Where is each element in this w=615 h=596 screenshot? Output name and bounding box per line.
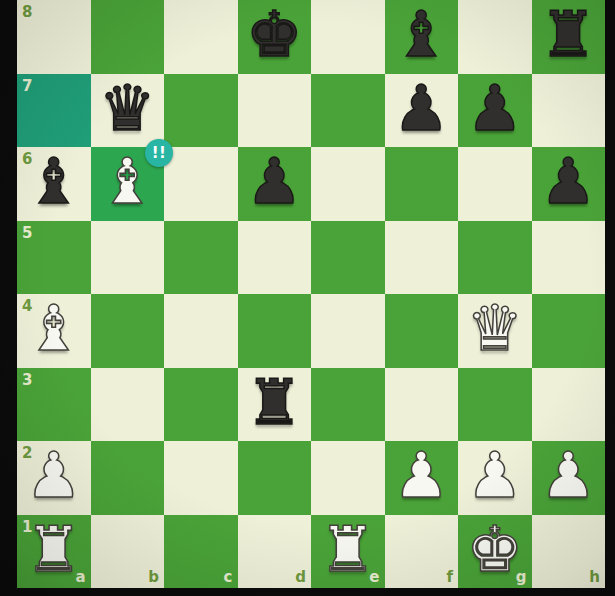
piece-black-pawn-d6[interactable]: ♟: [238, 147, 312, 221]
square-e6[interactable]: [311, 147, 385, 221]
square-a7-highlighted[interactable]: 7: [17, 74, 91, 148]
square-c5[interactable]: [164, 221, 238, 295]
square-a3[interactable]: 3: [17, 368, 91, 442]
file-label-h: h: [589, 568, 600, 586]
square-b4[interactable]: [91, 294, 165, 368]
square-g1[interactable]: g♚: [458, 515, 532, 589]
file-label-e: e: [369, 568, 379, 586]
rank-label-8: 8: [22, 3, 32, 21]
square-e1[interactable]: e♜: [311, 515, 385, 589]
square-h3[interactable]: [532, 368, 606, 442]
rank-label-2: 2: [22, 444, 32, 462]
square-f3[interactable]: [385, 368, 459, 442]
rank-label-7: 7: [22, 77, 32, 95]
square-h7[interactable]: [532, 74, 606, 148]
rank-label-1: 1: [22, 518, 32, 536]
square-d2[interactable]: [238, 441, 312, 515]
square-f4[interactable]: [385, 294, 459, 368]
file-label-d: d: [295, 568, 306, 586]
square-g5[interactable]: [458, 221, 532, 295]
square-e4[interactable]: [311, 294, 385, 368]
file-label-g: g: [516, 568, 527, 586]
square-b3[interactable]: [91, 368, 165, 442]
square-c6[interactable]: [164, 147, 238, 221]
square-g4[interactable]: ♛: [458, 294, 532, 368]
file-label-c: c: [224, 568, 233, 586]
square-h1[interactable]: h: [532, 515, 606, 589]
square-b6-highlighted[interactable]: ♝!!: [91, 147, 165, 221]
square-a5[interactable]: 5: [17, 221, 91, 295]
square-d6[interactable]: ♟: [238, 147, 312, 221]
square-c7[interactable]: [164, 74, 238, 148]
piece-black-king-d8[interactable]: ♚: [238, 0, 312, 74]
square-b1[interactable]: b: [91, 515, 165, 589]
piece-white-pawn-f2[interactable]: ♟: [385, 441, 459, 515]
square-c2[interactable]: [164, 441, 238, 515]
piece-white-pawn-g2[interactable]: ♟: [458, 441, 532, 515]
file-label-a: a: [75, 568, 85, 586]
square-e2[interactable]: [311, 441, 385, 515]
square-h2[interactable]: ♟: [532, 441, 606, 515]
piece-white-pawn-h2[interactable]: ♟: [532, 441, 606, 515]
chess-app-stage: 8♚♝♜7♛♟♟6♝♝!!♟♟54♝♛3♜2♟♟♟♟1a♜bcde♜fg♚h: [0, 0, 615, 596]
square-d4[interactable]: [238, 294, 312, 368]
square-a1[interactable]: 1a♜: [17, 515, 91, 589]
square-d7[interactable]: [238, 74, 312, 148]
square-a2[interactable]: 2♟: [17, 441, 91, 515]
rank-label-6: 6: [22, 150, 32, 168]
square-d3[interactable]: ♜: [238, 368, 312, 442]
rank-label-5: 5: [22, 224, 32, 242]
rank-label-4: 4: [22, 297, 32, 315]
square-d1[interactable]: d: [238, 515, 312, 589]
square-f6[interactable]: [385, 147, 459, 221]
square-h5[interactable]: [532, 221, 606, 295]
square-f1[interactable]: f: [385, 515, 459, 589]
square-g6[interactable]: [458, 147, 532, 221]
square-b8[interactable]: [91, 0, 165, 74]
square-b2[interactable]: [91, 441, 165, 515]
square-d8[interactable]: ♚: [238, 0, 312, 74]
piece-black-rook-d3[interactable]: ♜: [238, 368, 312, 442]
file-label-b: b: [148, 568, 159, 586]
piece-black-queen-b7[interactable]: ♛: [91, 74, 165, 148]
square-g8[interactable]: [458, 0, 532, 74]
square-g7[interactable]: ♟: [458, 74, 532, 148]
piece-black-pawn-f7[interactable]: ♟: [385, 74, 459, 148]
square-a6[interactable]: 6♝: [17, 147, 91, 221]
square-h8[interactable]: ♜: [532, 0, 606, 74]
square-d5[interactable]: [238, 221, 312, 295]
brilliant-move-badge: !!: [145, 139, 173, 167]
square-f7[interactable]: ♟: [385, 74, 459, 148]
square-e7[interactable]: [311, 74, 385, 148]
file-label-f: f: [446, 568, 453, 586]
square-h6[interactable]: ♟: [532, 147, 606, 221]
square-h4[interactable]: [532, 294, 606, 368]
piece-black-pawn-g7[interactable]: ♟: [458, 74, 532, 148]
piece-white-queen-g4[interactable]: ♛: [458, 294, 532, 368]
square-f5[interactable]: [385, 221, 459, 295]
square-f2[interactable]: ♟: [385, 441, 459, 515]
square-e5[interactable]: [311, 221, 385, 295]
square-e3[interactable]: [311, 368, 385, 442]
square-c1[interactable]: c: [164, 515, 238, 589]
square-a8[interactable]: 8: [17, 0, 91, 74]
piece-black-bishop-f8[interactable]: ♝: [385, 0, 459, 74]
piece-black-rook-h8[interactable]: ♜: [532, 0, 606, 74]
square-f8[interactable]: ♝: [385, 0, 459, 74]
square-a4[interactable]: 4♝: [17, 294, 91, 368]
piece-black-pawn-h6[interactable]: ♟: [532, 147, 606, 221]
square-c3[interactable]: [164, 368, 238, 442]
rank-label-3: 3: [22, 371, 32, 389]
square-c4[interactable]: [164, 294, 238, 368]
square-g3[interactable]: [458, 368, 532, 442]
chess-board: 8♚♝♜7♛♟♟6♝♝!!♟♟54♝♛3♜2♟♟♟♟1a♜bcde♜fg♚h: [17, 0, 605, 588]
square-b5[interactable]: [91, 221, 165, 295]
square-e8[interactable]: [311, 0, 385, 74]
square-b7[interactable]: ♛: [91, 74, 165, 148]
square-c8[interactable]: [164, 0, 238, 74]
square-g2[interactable]: ♟: [458, 441, 532, 515]
